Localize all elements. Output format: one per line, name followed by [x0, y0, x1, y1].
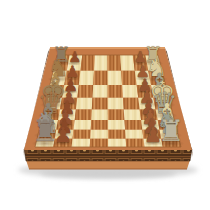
board-square [79, 71, 94, 85]
board-square [143, 139, 162, 147]
board-square [35, 139, 55, 147]
board-square [53, 139, 72, 147]
board-square [91, 109, 108, 120]
board-square [56, 120, 74, 130]
board-square [64, 71, 80, 85]
board-square [75, 109, 92, 120]
board-square [108, 130, 126, 139]
board-square [94, 55, 108, 71]
board-square [90, 139, 108, 147]
board-square [141, 120, 159, 130]
board-square [108, 120, 125, 130]
board-square [37, 130, 56, 139]
board-square [58, 109, 76, 120]
board-square [80, 55, 95, 71]
board-square [124, 109, 141, 120]
board-square [140, 109, 158, 120]
board-square [160, 130, 179, 139]
board-square [126, 139, 145, 147]
board-square [76, 98, 93, 110]
board-square [142, 130, 161, 139]
board-square [108, 85, 123, 98]
board-square [72, 139, 91, 147]
board-square [90, 130, 108, 139]
board-square [158, 120, 177, 130]
chessboard [0, 0, 210, 210]
board-square [120, 55, 135, 71]
board-square [108, 55, 122, 71]
board-square [108, 71, 123, 85]
board-square [156, 109, 175, 120]
board-square [55, 130, 74, 139]
board-square [123, 98, 140, 110]
board-square [73, 130, 91, 139]
board-square [93, 85, 108, 98]
board-square [77, 85, 93, 98]
board-square [91, 120, 108, 130]
board-square [92, 98, 108, 110]
board-square [122, 85, 138, 98]
board-square [161, 139, 181, 147]
board-square [60, 98, 77, 110]
board-square [108, 98, 124, 110]
board-square [62, 85, 79, 98]
board-square [39, 120, 58, 130]
board-square [108, 109, 125, 120]
board-square [74, 120, 92, 130]
board-square [42, 109, 60, 120]
board-square [93, 71, 108, 85]
board-square [137, 85, 154, 98]
board-square [121, 71, 136, 85]
board-square [125, 120, 143, 130]
board-square [108, 139, 126, 147]
chess-set-photo: ♜♟♟♜♞♟♟♞♝♟♟♝♚♟♟♚♛♟♟♛♝♟♟♝♞♟♟♞♜♟♟♜ [0, 0, 210, 210]
board-square [138, 98, 155, 110]
board-square [125, 130, 143, 139]
board-square [135, 71, 151, 85]
